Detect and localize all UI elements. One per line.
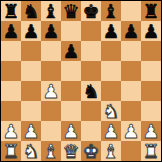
square-b3[interactable] (21, 101, 41, 121)
black-rook[interactable]: ♜ (2, 1, 19, 21)
square-a3[interactable] (1, 101, 21, 121)
square-g4[interactable] (121, 81, 141, 101)
square-a6[interactable] (1, 41, 21, 61)
square-c4[interactable]: ♟ (41, 81, 61, 101)
white-bishop[interactable]: ♝ (102, 141, 119, 161)
white-pawn[interactable]: ♟ (102, 121, 119, 141)
square-g1[interactable] (121, 141, 141, 161)
square-a4[interactable] (1, 81, 21, 101)
square-e5[interactable] (81, 61, 101, 81)
square-h8[interactable]: ♜ (141, 1, 161, 21)
white-pawn[interactable]: ♟ (62, 121, 79, 141)
square-c1[interactable]: ♝ (41, 141, 61, 161)
square-h6[interactable] (141, 41, 161, 61)
square-d2[interactable]: ♟ (61, 121, 81, 141)
black-pawn[interactable]: ♟ (42, 21, 59, 41)
white-queen[interactable]: ♛ (62, 141, 79, 161)
black-knight[interactable]: ♞ (22, 1, 39, 21)
square-b6[interactable] (21, 41, 41, 61)
square-a5[interactable] (1, 61, 21, 81)
square-f5[interactable] (101, 61, 121, 81)
square-b1[interactable]: ♞ (21, 141, 41, 161)
square-g8[interactable] (121, 1, 141, 21)
black-king[interactable]: ♚ (82, 1, 99, 21)
square-d6[interactable]: ♟ (61, 41, 81, 61)
square-c7[interactable]: ♟ (41, 21, 61, 41)
white-pawn[interactable]: ♟ (42, 81, 59, 101)
square-c2[interactable] (41, 121, 61, 141)
square-a7[interactable]: ♟ (1, 21, 21, 41)
black-pawn[interactable]: ♟ (2, 21, 19, 41)
square-b5[interactable] (21, 61, 41, 81)
square-a1[interactable]: ♜ (1, 141, 21, 161)
white-pawn[interactable]: ♟ (2, 121, 19, 141)
white-pawn[interactable]: ♟ (122, 121, 139, 141)
square-e2[interactable] (81, 121, 101, 141)
square-g5[interactable] (121, 61, 141, 81)
square-c5[interactable] (41, 61, 61, 81)
square-d8[interactable]: ♛ (61, 1, 81, 21)
square-e4[interactable]: ♞ (81, 81, 101, 101)
black-pawn[interactable]: ♟ (22, 21, 39, 41)
square-f7[interactable]: ♟ (101, 21, 121, 41)
black-pawn[interactable]: ♟ (142, 21, 159, 41)
square-f8[interactable]: ♝ (101, 1, 121, 21)
white-bishop[interactable]: ♝ (42, 141, 59, 161)
square-f4[interactable] (101, 81, 121, 101)
square-f6[interactable] (101, 41, 121, 61)
square-b7[interactable]: ♟ (21, 21, 41, 41)
white-knight[interactable]: ♞ (22, 141, 39, 161)
white-pawn[interactable]: ♟ (142, 121, 159, 141)
square-f2[interactable]: ♟ (101, 121, 121, 141)
square-b8[interactable]: ♞ (21, 1, 41, 21)
black-bishop[interactable]: ♝ (42, 1, 59, 21)
square-d5[interactable] (61, 61, 81, 81)
square-g3[interactable] (121, 101, 141, 121)
white-rook[interactable]: ♜ (142, 141, 159, 161)
black-pawn[interactable]: ♟ (62, 41, 79, 61)
square-h3[interactable] (141, 101, 161, 121)
black-rook[interactable]: ♜ (142, 1, 159, 21)
square-h5[interactable] (141, 61, 161, 81)
square-b4[interactable] (21, 81, 41, 101)
white-knight[interactable]: ♞ (102, 101, 119, 121)
square-a2[interactable]: ♟ (1, 121, 21, 141)
square-d1[interactable]: ♛ (61, 141, 81, 161)
square-g7[interactable]: ♟ (121, 21, 141, 41)
black-pawn[interactable]: ♟ (122, 21, 139, 41)
black-pawn[interactable]: ♟ (102, 21, 119, 41)
square-h4[interactable] (141, 81, 161, 101)
square-d7[interactable] (61, 21, 81, 41)
black-knight[interactable]: ♞ (82, 81, 99, 101)
white-rook[interactable]: ♜ (2, 141, 19, 161)
square-e1[interactable]: ♚ (81, 141, 101, 161)
square-c6[interactable] (41, 41, 61, 61)
square-h1[interactable]: ♜ (141, 141, 161, 161)
square-d3[interactable] (61, 101, 81, 121)
square-f3[interactable]: ♞ (101, 101, 121, 121)
square-a8[interactable]: ♜ (1, 1, 21, 21)
square-h2[interactable]: ♟ (141, 121, 161, 141)
square-h7[interactable]: ♟ (141, 21, 161, 41)
white-king[interactable]: ♚ (82, 141, 99, 161)
black-bishop[interactable]: ♝ (102, 1, 119, 21)
square-f1[interactable]: ♝ (101, 141, 121, 161)
square-g6[interactable] (121, 41, 141, 61)
square-e3[interactable] (81, 101, 101, 121)
chess-board: ♜♞♝♛♚♝♜♟♟♟♟♟♟♟♟♞♞♟♟♟♟♟♟♜♞♝♛♚♝♜ (0, 0, 162, 162)
square-e8[interactable]: ♚ (81, 1, 101, 21)
square-c8[interactable]: ♝ (41, 1, 61, 21)
square-e6[interactable] (81, 41, 101, 61)
square-e7[interactable] (81, 21, 101, 41)
square-b2[interactable]: ♟ (21, 121, 41, 141)
black-queen[interactable]: ♛ (62, 1, 79, 21)
square-d4[interactable] (61, 81, 81, 101)
square-g2[interactable]: ♟ (121, 121, 141, 141)
square-c3[interactable] (41, 101, 61, 121)
white-pawn[interactable]: ♟ (22, 121, 39, 141)
